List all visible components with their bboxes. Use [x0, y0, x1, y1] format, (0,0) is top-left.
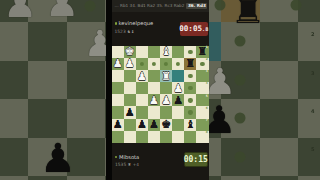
bg-square: [298, 176, 320, 180]
square-c1[interactable]: [172, 46, 184, 58]
rank-coordinate: 1: [206, 46, 208, 49]
square-e5[interactable]: ♟: [148, 94, 160, 106]
square-a7[interactable]: 7: [196, 119, 208, 131]
square-e6[interactable]: [148, 106, 160, 118]
square-h6[interactable]: [112, 106, 124, 118]
square-a6[interactable]: 6: [196, 106, 208, 118]
bg-white-pawn-icon: ♟: [204, 64, 236, 100]
square-g3[interactable]: [124, 70, 136, 82]
square-h5[interactable]: [112, 94, 124, 106]
bg-rank-label: 5: [311, 146, 314, 152]
square-f8[interactable]: [136, 131, 148, 143]
square-c7[interactable]: [172, 119, 184, 131]
square-d6[interactable]: [160, 106, 172, 118]
square-h3[interactable]: [112, 70, 124, 82]
clock-tenths: .8: [202, 26, 208, 32]
piece-bK: ♚: [160, 119, 172, 131]
piece-bP: ♟: [112, 119, 124, 131]
square-c5[interactable]: ♟: [172, 94, 184, 106]
move-list[interactable]: … Rb1 34. Bd1 Ra2 35. Rc3 Rab2: [115, 3, 185, 8]
square-g5[interactable]: [124, 94, 136, 106]
square-g6[interactable]: ♟: [124, 106, 136, 118]
square-b5[interactable]: [184, 94, 196, 106]
legal-move-dot[interactable]: [188, 50, 192, 54]
legal-move-dot[interactable]: [200, 62, 204, 66]
square-a1[interactable]: ♜1: [196, 46, 208, 58]
bg-square: [298, 61, 320, 100]
bg-rank-label: 2: [311, 31, 314, 37]
square-e4[interactable]: [148, 82, 160, 94]
phone-screenshot: … Rb1 34. Bd1 Ra2 35. Rc3 Rab2 36. Rd3 k…: [112, 0, 209, 180]
bg-move-dot: [235, 75, 246, 86]
piece-wP: ♟: [136, 70, 148, 82]
piece-wR: ♜: [160, 70, 172, 82]
bg-square: [260, 176, 299, 180]
bg-black-pawn-icon: ♟: [40, 138, 76, 178]
bg-move-dot: [291, 0, 302, 11]
square-f1[interactable]: [136, 46, 148, 58]
square-d8[interactable]: [160, 131, 172, 143]
square-e2[interactable]: [148, 58, 160, 70]
legal-move-dot[interactable]: [188, 110, 192, 114]
rank-coordinate: 4: [206, 82, 208, 85]
piece-bR: ♜: [184, 58, 196, 70]
bg-square: [0, 138, 28, 177]
square-c4[interactable]: ♟: [172, 82, 184, 94]
online-dot: [115, 156, 117, 158]
bottom-player-rating: 1535 ♜ +4: [115, 163, 139, 167]
bg-square: [298, 138, 320, 177]
rank-coordinate: 8: [206, 131, 208, 134]
piece-bB: ♝: [184, 119, 196, 131]
square-f3[interactable]: ♟: [136, 70, 148, 82]
top-player-name[interactable]: kevinelpeque: [115, 21, 154, 26]
bg-square: [298, 22, 320, 61]
square-b2[interactable]: ♜: [184, 58, 196, 70]
bg-square: [67, 61, 106, 100]
bg-square: [28, 99, 67, 138]
square-a5[interactable]: 5: [196, 94, 208, 106]
piece-bP: ♟: [124, 106, 136, 118]
rank-coordinate: 6: [206, 107, 208, 110]
square-f5[interactable]: [136, 94, 148, 106]
square-e3[interactable]: [148, 70, 160, 82]
legal-move-dot[interactable]: [164, 62, 168, 66]
rank-coordinate: 7: [206, 119, 208, 122]
chess-board[interactable]: ♚♝♜1♟♟♜2♟♜3♟4♟♟♟5♟6♟♟♟♚♝78: [112, 46, 209, 143]
bottom-captured-pieces: ♜: [128, 162, 132, 167]
square-g8[interactable]: [124, 131, 136, 143]
legal-move-dot[interactable]: [140, 62, 144, 66]
legal-move-dot[interactable]: [152, 62, 156, 66]
bg-move-dot: [235, 152, 246, 163]
bg-move-dot: [235, 36, 246, 47]
square-b4[interactable]: [184, 82, 196, 94]
square-b8[interactable]: [184, 131, 196, 143]
square-c3[interactable]: [172, 70, 184, 82]
piece-wP: ♟: [160, 94, 172, 106]
square-g4[interactable]: [124, 82, 136, 94]
square-d4[interactable]: [160, 82, 172, 94]
rank-coordinate: 5: [206, 95, 208, 98]
square-b1[interactable]: [184, 46, 196, 58]
top-player-rating: 1523 ♞♝: [115, 30, 135, 34]
square-c8[interactable]: [172, 131, 184, 143]
square-b3[interactable]: [184, 70, 196, 82]
bottom-player-name[interactable]: Mibsota: [115, 155, 139, 160]
bg-rank-label: 3: [311, 70, 314, 76]
clock-bottom: 00:15: [184, 152, 209, 168]
piece-wP: ♟: [112, 58, 124, 70]
square-d3[interactable]: ♜: [160, 70, 172, 82]
bg-square: [260, 61, 299, 100]
square-a4[interactable]: 4: [196, 82, 208, 94]
rank-coordinate: 2: [206, 58, 208, 61]
bg-black-rook-icon: ♜: [230, 0, 266, 29]
bg-square: [0, 176, 28, 180]
bg-move-dot: [215, 0, 226, 11]
bg-square: [298, 0, 320, 22]
square-d1[interactable]: ♝: [160, 46, 172, 58]
square-e8[interactable]: [148, 131, 160, 143]
bg-square: [221, 176, 260, 180]
material-advantage: +4: [133, 162, 139, 167]
square-g7[interactable]: [124, 119, 136, 131]
square-a2[interactable]: 2: [196, 58, 208, 70]
square-b6[interactable]: [184, 106, 196, 118]
piece-wP: ♟: [172, 82, 184, 94]
bg-square: [260, 99, 299, 138]
bg-square: [67, 99, 106, 138]
square-f7[interactable]: ♟: [136, 119, 148, 131]
online-dot: [115, 22, 117, 24]
piece-wB: ♝: [160, 46, 172, 58]
square-c2[interactable]: [172, 58, 184, 70]
square-b7[interactable]: ♝: [184, 119, 196, 131]
bg-square: [0, 22, 28, 61]
square-g2[interactable]: ♟: [124, 58, 136, 70]
bg-square: [28, 61, 67, 100]
bg-move-dot: [235, 113, 246, 124]
piece-wK: ♚: [124, 46, 136, 58]
square-h8[interactable]: [112, 131, 124, 143]
square-h2[interactable]: ♟: [112, 58, 124, 70]
bg-square: [28, 22, 67, 61]
piece-bP: ♟: [172, 94, 184, 106]
video-frame: ♟♟♟♟♜♟♟2345 … Rb1 34. Bd1 Ra2 35. Rc3 Ra…: [0, 0, 320, 180]
move-list-bar: … Rb1 34. Bd1 Ra2 35. Rc3 Rab2 36. Rd3: [112, 0, 209, 12]
square-g1[interactable]: ♚: [124, 46, 136, 58]
square-e7[interactable]: ♟: [148, 119, 160, 131]
legal-move-dot[interactable]: [188, 74, 192, 78]
rank-coordinate: 3: [206, 70, 208, 73]
top-captured-pieces: ♞♝: [127, 29, 135, 34]
bg-rank-label: 4: [311, 108, 314, 114]
square-h7[interactable]: ♟: [112, 119, 124, 131]
piece-wP: ♟: [124, 58, 136, 70]
piece-bP: ♟: [148, 119, 160, 131]
piece-bP: ♟: [136, 119, 148, 131]
legal-move-dot[interactable]: [188, 98, 192, 102]
square-d5[interactable]: ♟: [160, 94, 172, 106]
square-c6[interactable]: [172, 106, 184, 118]
legal-move-dot[interactable]: [188, 86, 192, 90]
bg-move-dot: [85, 1, 96, 12]
piece-wP: ♟: [148, 94, 160, 106]
square-a8[interactable]: 8: [196, 131, 208, 143]
legal-move-dot[interactable]: [176, 62, 180, 66]
clock-top: 00:05.8: [180, 22, 208, 36]
bg-square: [0, 61, 28, 100]
square-a3[interactable]: 3: [196, 70, 208, 82]
square-f4[interactable]: [136, 82, 148, 94]
bg-square: [260, 138, 299, 177]
square-f6[interactable]: [136, 106, 148, 118]
square-h4[interactable]: [112, 82, 124, 94]
square-d7[interactable]: ♚: [160, 119, 172, 131]
last-move-chip[interactable]: 36. Rd3: [186, 3, 207, 9]
square-h1[interactable]: [112, 46, 124, 58]
square-f2[interactable]: [136, 58, 148, 70]
bg-square: [298, 99, 320, 138]
square-d2[interactable]: [160, 58, 172, 70]
square-e1[interactable]: [148, 46, 160, 58]
bg-white-pawn-icon: ♟: [45, 0, 79, 22]
bg-white-pawn-icon: ♟: [3, 0, 37, 23]
bg-square: [0, 99, 28, 138]
